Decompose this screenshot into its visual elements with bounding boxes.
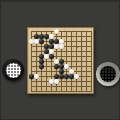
board-cell[interactable] bbox=[89, 89, 94, 94]
black-stone-bowl bbox=[96, 62, 120, 86]
window-frame-edge bbox=[0, 0, 120, 2]
white-stone-pile bbox=[6, 63, 21, 78]
white-stone-bowl bbox=[2, 59, 24, 81]
go-board[interactable] bbox=[27, 27, 94, 94]
board-stones-layer bbox=[29, 29, 94, 94]
black-stone-pile bbox=[100, 66, 116, 82]
app-window bbox=[0, 0, 120, 120]
